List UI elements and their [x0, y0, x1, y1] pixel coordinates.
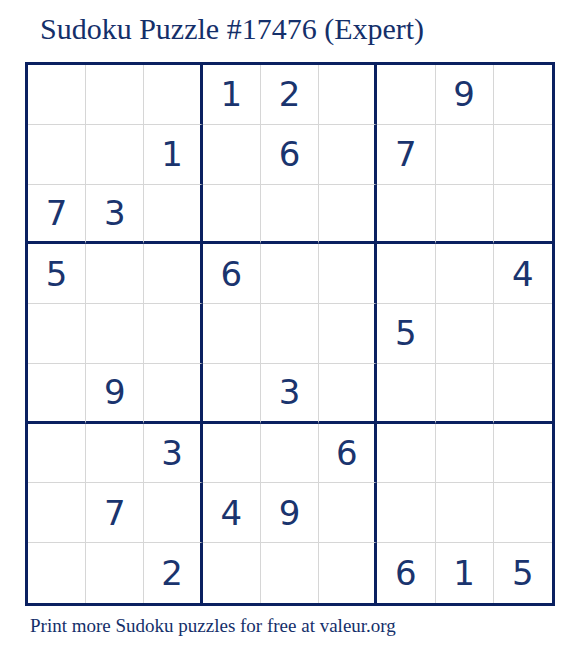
cell-r6c3 [144, 364, 202, 424]
cell-r9c1 [28, 543, 86, 603]
cell-r2c6 [319, 125, 377, 185]
cell-r5c7: 5 [377, 304, 435, 364]
cell-r5c6 [319, 304, 377, 364]
cell-r8c3 [144, 483, 202, 543]
cell-r1c9 [494, 65, 552, 125]
cell-r3c3 [144, 185, 202, 245]
cell-r5c8 [436, 304, 494, 364]
cell-r6c6 [319, 364, 377, 424]
cell-r7c4 [203, 424, 261, 484]
cell-r9c6 [319, 543, 377, 603]
cell-r2c5: 6 [261, 125, 319, 185]
cell-r8c6 [319, 483, 377, 543]
cell-r7c2 [86, 424, 144, 484]
cell-r9c5 [261, 543, 319, 603]
cell-r8c1 [28, 483, 86, 543]
cell-r6c9 [494, 364, 552, 424]
cell-r5c3 [144, 304, 202, 364]
cell-r5c4 [203, 304, 261, 364]
cell-r9c9: 5 [494, 543, 552, 603]
cell-r3c6 [319, 185, 377, 245]
cell-r7c1 [28, 424, 86, 484]
cell-r5c2 [86, 304, 144, 364]
cell-r9c8: 1 [436, 543, 494, 603]
cell-r2c4 [203, 125, 261, 185]
cell-r4c4: 6 [203, 244, 261, 304]
cell-r3c9 [494, 185, 552, 245]
cell-r1c8: 9 [436, 65, 494, 125]
cell-r9c3: 2 [144, 543, 202, 603]
cell-r8c7 [377, 483, 435, 543]
cell-r3c4 [203, 185, 261, 245]
cell-r8c2: 7 [86, 483, 144, 543]
footer-text: Print more Sudoku puzzles for free at va… [30, 615, 396, 637]
cell-r1c3 [144, 65, 202, 125]
cell-r1c5: 2 [261, 65, 319, 125]
cell-r4c8 [436, 244, 494, 304]
cell-r6c1 [28, 364, 86, 424]
cell-r1c2 [86, 65, 144, 125]
cell-r1c4: 1 [203, 65, 261, 125]
cell-r8c9 [494, 483, 552, 543]
page-title: Sudoku Puzzle #17476 (Expert) [40, 12, 424, 46]
cell-r4c6 [319, 244, 377, 304]
cell-r6c4 [203, 364, 261, 424]
cell-r5c5 [261, 304, 319, 364]
cell-r2c2 [86, 125, 144, 185]
cell-r3c8 [436, 185, 494, 245]
cell-r3c2: 3 [86, 185, 144, 245]
cell-r9c7: 6 [377, 543, 435, 603]
cell-r3c1: 7 [28, 185, 86, 245]
cell-r3c7 [377, 185, 435, 245]
cell-r2c1 [28, 125, 86, 185]
cell-r3c5 [261, 185, 319, 245]
cell-r7c9 [494, 424, 552, 484]
sudoku-sheet: Sudoku Puzzle #17476 (Expert) 1291677356… [0, 0, 580, 651]
cell-r4c5 [261, 244, 319, 304]
cell-r5c9 [494, 304, 552, 364]
cell-r4c2 [86, 244, 144, 304]
cell-r7c8 [436, 424, 494, 484]
cell-r2c8 [436, 125, 494, 185]
sudoku-board: 12916773564593367492615 [25, 62, 555, 606]
cell-r4c3 [144, 244, 202, 304]
cell-r2c7: 7 [377, 125, 435, 185]
cell-r7c5 [261, 424, 319, 484]
cell-r2c3: 1 [144, 125, 202, 185]
cell-r2c9 [494, 125, 552, 185]
cell-r7c3: 3 [144, 424, 202, 484]
cell-r1c6 [319, 65, 377, 125]
cell-r8c8 [436, 483, 494, 543]
cell-r6c7 [377, 364, 435, 424]
cell-r1c7 [377, 65, 435, 125]
cell-r9c2 [86, 543, 144, 603]
cell-r4c9: 4 [494, 244, 552, 304]
cell-r7c6: 6 [319, 424, 377, 484]
cell-r7c7 [377, 424, 435, 484]
cell-r1c1 [28, 65, 86, 125]
cell-r6c5: 3 [261, 364, 319, 424]
cell-r4c7 [377, 244, 435, 304]
cell-r6c2: 9 [86, 364, 144, 424]
cell-r6c8 [436, 364, 494, 424]
cell-r5c1 [28, 304, 86, 364]
cell-r9c4 [203, 543, 261, 603]
cell-r8c5: 9 [261, 483, 319, 543]
cell-r4c1: 5 [28, 244, 86, 304]
cell-r8c4: 4 [203, 483, 261, 543]
